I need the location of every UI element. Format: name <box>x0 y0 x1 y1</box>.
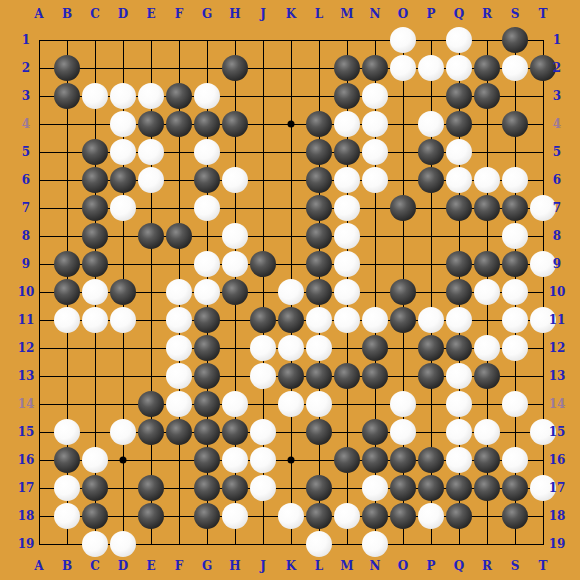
intersection-L11[interactable] <box>305 306 333 334</box>
intersection-C3[interactable] <box>81 82 109 110</box>
intersection-P9[interactable] <box>417 250 445 278</box>
intersection-K10[interactable] <box>277 278 305 306</box>
intersection-M10[interactable] <box>333 278 361 306</box>
intersection-O10[interactable] <box>389 278 417 306</box>
intersection-G2[interactable] <box>193 54 221 82</box>
intersection-E13[interactable] <box>137 362 165 390</box>
intersection-E10[interactable] <box>137 278 165 306</box>
intersection-G12[interactable] <box>193 334 221 362</box>
intersection-E18[interactable] <box>137 502 165 530</box>
intersection-L14[interactable] <box>305 390 333 418</box>
intersection-M1[interactable] <box>333 26 361 54</box>
intersection-D14[interactable] <box>109 390 137 418</box>
intersection-C16[interactable] <box>81 446 109 474</box>
intersection-G9[interactable] <box>193 250 221 278</box>
intersection-J1[interactable] <box>249 26 277 54</box>
intersection-E8[interactable] <box>137 222 165 250</box>
intersection-L12[interactable] <box>305 334 333 362</box>
intersection-G16[interactable] <box>193 446 221 474</box>
intersection-G10[interactable] <box>193 278 221 306</box>
intersection-G6[interactable] <box>193 166 221 194</box>
intersection-K18[interactable] <box>277 502 305 530</box>
intersection-R2[interactable] <box>473 54 501 82</box>
intersection-C11[interactable] <box>81 306 109 334</box>
intersection-F7[interactable] <box>165 194 193 222</box>
intersection-J17[interactable] <box>249 474 277 502</box>
intersection-Q6[interactable] <box>445 166 473 194</box>
intersection-R11[interactable] <box>473 306 501 334</box>
intersection-P14[interactable] <box>417 390 445 418</box>
intersection-N18[interactable] <box>361 502 389 530</box>
intersection-D6[interactable] <box>109 166 137 194</box>
intersection-H4[interactable] <box>221 110 249 138</box>
intersection-G13[interactable] <box>193 362 221 390</box>
intersection-L1[interactable] <box>305 26 333 54</box>
intersection-K16[interactable] <box>277 446 305 474</box>
intersection-R17[interactable] <box>473 474 501 502</box>
intersection-L9[interactable] <box>305 250 333 278</box>
intersection-L7[interactable] <box>305 194 333 222</box>
intersection-N7[interactable] <box>361 194 389 222</box>
intersection-O1[interactable] <box>389 26 417 54</box>
intersection-E2[interactable] <box>137 54 165 82</box>
intersection-B2[interactable] <box>53 54 81 82</box>
intersection-K9[interactable] <box>277 250 305 278</box>
intersection-B19[interactable] <box>53 530 81 558</box>
intersection-M13[interactable] <box>333 362 361 390</box>
intersection-K3[interactable] <box>277 82 305 110</box>
intersection-K17[interactable] <box>277 474 305 502</box>
intersection-J14[interactable] <box>249 390 277 418</box>
intersection-Q11[interactable] <box>445 306 473 334</box>
intersection-J2[interactable] <box>249 54 277 82</box>
intersection-C2[interactable] <box>81 54 109 82</box>
intersection-R12[interactable] <box>473 334 501 362</box>
intersection-B12[interactable] <box>53 334 81 362</box>
intersection-G7[interactable] <box>193 194 221 222</box>
intersection-S19[interactable] <box>501 530 529 558</box>
intersection-S4[interactable] <box>501 110 529 138</box>
intersection-O5[interactable] <box>389 138 417 166</box>
intersection-S16[interactable] <box>501 446 529 474</box>
intersection-O3[interactable] <box>389 82 417 110</box>
intersection-R16[interactable] <box>473 446 501 474</box>
intersection-K14[interactable] <box>277 390 305 418</box>
intersection-H18[interactable] <box>221 502 249 530</box>
intersection-P6[interactable] <box>417 166 445 194</box>
intersection-O9[interactable] <box>389 250 417 278</box>
intersection-Q14[interactable] <box>445 390 473 418</box>
intersection-P19[interactable] <box>417 530 445 558</box>
intersection-C5[interactable] <box>81 138 109 166</box>
intersection-J10[interactable] <box>249 278 277 306</box>
intersection-B4[interactable] <box>53 110 81 138</box>
intersection-F12[interactable] <box>165 334 193 362</box>
intersection-L13[interactable] <box>305 362 333 390</box>
intersection-B17[interactable] <box>53 474 81 502</box>
intersection-R8[interactable] <box>473 222 501 250</box>
intersection-K13[interactable] <box>277 362 305 390</box>
intersection-H5[interactable] <box>221 138 249 166</box>
intersection-L8[interactable] <box>305 222 333 250</box>
intersection-D12[interactable] <box>109 334 137 362</box>
intersection-B13[interactable] <box>53 362 81 390</box>
intersection-N4[interactable] <box>361 110 389 138</box>
intersection-S7[interactable] <box>501 194 529 222</box>
intersection-D3[interactable] <box>109 82 137 110</box>
intersection-K12[interactable] <box>277 334 305 362</box>
intersection-E6[interactable] <box>137 166 165 194</box>
intersection-D15[interactable] <box>109 418 137 446</box>
intersection-M17[interactable] <box>333 474 361 502</box>
intersection-N3[interactable] <box>361 82 389 110</box>
intersection-N6[interactable] <box>361 166 389 194</box>
intersection-L15[interactable] <box>305 418 333 446</box>
intersection-B6[interactable] <box>53 166 81 194</box>
intersection-R3[interactable] <box>473 82 501 110</box>
intersection-R19[interactable] <box>473 530 501 558</box>
intersection-L17[interactable] <box>305 474 333 502</box>
intersection-B15[interactable] <box>53 418 81 446</box>
intersection-N13[interactable] <box>361 362 389 390</box>
intersection-J12[interactable] <box>249 334 277 362</box>
intersection-L5[interactable] <box>305 138 333 166</box>
intersection-Q2[interactable] <box>445 54 473 82</box>
intersection-J16[interactable] <box>249 446 277 474</box>
intersection-F4[interactable] <box>165 110 193 138</box>
intersection-G8[interactable] <box>193 222 221 250</box>
intersection-D17[interactable] <box>109 474 137 502</box>
intersection-O12[interactable] <box>389 334 417 362</box>
intersection-J13[interactable] <box>249 362 277 390</box>
intersection-K5[interactable] <box>277 138 305 166</box>
intersection-H14[interactable] <box>221 390 249 418</box>
intersection-F6[interactable] <box>165 166 193 194</box>
intersection-J11[interactable] <box>249 306 277 334</box>
intersection-F9[interactable] <box>165 250 193 278</box>
intersection-J6[interactable] <box>249 166 277 194</box>
intersection-P7[interactable] <box>417 194 445 222</box>
intersection-S18[interactable] <box>501 502 529 530</box>
intersection-D10[interactable] <box>109 278 137 306</box>
intersection-R10[interactable] <box>473 278 501 306</box>
intersection-J9[interactable] <box>249 250 277 278</box>
intersection-O11[interactable] <box>389 306 417 334</box>
intersection-E1[interactable] <box>137 26 165 54</box>
intersection-N12[interactable] <box>361 334 389 362</box>
intersection-H7[interactable] <box>221 194 249 222</box>
intersection-D19[interactable] <box>109 530 137 558</box>
intersection-Q5[interactable] <box>445 138 473 166</box>
intersection-M19[interactable] <box>333 530 361 558</box>
intersection-P10[interactable] <box>417 278 445 306</box>
intersection-S12[interactable] <box>501 334 529 362</box>
intersection-D13[interactable] <box>109 362 137 390</box>
intersection-P1[interactable] <box>417 26 445 54</box>
intersection-G19[interactable] <box>193 530 221 558</box>
intersection-F14[interactable] <box>165 390 193 418</box>
intersection-G1[interactable] <box>193 26 221 54</box>
intersection-D4[interactable] <box>109 110 137 138</box>
intersection-H8[interactable] <box>221 222 249 250</box>
intersection-E3[interactable] <box>137 82 165 110</box>
intersection-F10[interactable] <box>165 278 193 306</box>
intersection-P12[interactable] <box>417 334 445 362</box>
intersection-C13[interactable] <box>81 362 109 390</box>
intersection-J7[interactable] <box>249 194 277 222</box>
intersection-O14[interactable] <box>389 390 417 418</box>
intersection-F2[interactable] <box>165 54 193 82</box>
intersection-H12[interactable] <box>221 334 249 362</box>
intersection-N9[interactable] <box>361 250 389 278</box>
intersection-J18[interactable] <box>249 502 277 530</box>
intersection-H15[interactable] <box>221 418 249 446</box>
intersection-Q4[interactable] <box>445 110 473 138</box>
intersection-D5[interactable] <box>109 138 137 166</box>
intersection-F11[interactable] <box>165 306 193 334</box>
intersection-H11[interactable] <box>221 306 249 334</box>
intersection-J5[interactable] <box>249 138 277 166</box>
intersection-Q18[interactable] <box>445 502 473 530</box>
intersection-P16[interactable] <box>417 446 445 474</box>
intersection-Q8[interactable] <box>445 222 473 250</box>
intersection-H1[interactable] <box>221 26 249 54</box>
intersection-S1[interactable] <box>501 26 529 54</box>
intersection-F15[interactable] <box>165 418 193 446</box>
intersection-N16[interactable] <box>361 446 389 474</box>
intersection-L19[interactable] <box>305 530 333 558</box>
intersection-Q1[interactable] <box>445 26 473 54</box>
intersection-F13[interactable] <box>165 362 193 390</box>
intersection-F5[interactable] <box>165 138 193 166</box>
intersection-M11[interactable] <box>333 306 361 334</box>
intersection-F1[interactable] <box>165 26 193 54</box>
intersection-H16[interactable] <box>221 446 249 474</box>
intersection-E9[interactable] <box>137 250 165 278</box>
intersection-N8[interactable] <box>361 222 389 250</box>
intersection-P4[interactable] <box>417 110 445 138</box>
intersection-E17[interactable] <box>137 474 165 502</box>
intersection-K6[interactable] <box>277 166 305 194</box>
intersection-D1[interactable] <box>109 26 137 54</box>
intersection-F16[interactable] <box>165 446 193 474</box>
intersection-S15[interactable] <box>501 418 529 446</box>
intersection-Q13[interactable] <box>445 362 473 390</box>
intersection-G18[interactable] <box>193 502 221 530</box>
intersection-G5[interactable] <box>193 138 221 166</box>
intersection-O2[interactable] <box>389 54 417 82</box>
intersection-D8[interactable] <box>109 222 137 250</box>
intersection-S9[interactable] <box>501 250 529 278</box>
intersection-S10[interactable] <box>501 278 529 306</box>
intersection-E15[interactable] <box>137 418 165 446</box>
intersection-M7[interactable] <box>333 194 361 222</box>
intersection-Q10[interactable] <box>445 278 473 306</box>
intersection-P18[interactable] <box>417 502 445 530</box>
intersection-B14[interactable] <box>53 390 81 418</box>
intersection-R7[interactable] <box>473 194 501 222</box>
intersection-M18[interactable] <box>333 502 361 530</box>
intersection-M9[interactable] <box>333 250 361 278</box>
intersection-C18[interactable] <box>81 502 109 530</box>
intersection-P2[interactable] <box>417 54 445 82</box>
intersection-K7[interactable] <box>277 194 305 222</box>
intersection-C17[interactable] <box>81 474 109 502</box>
intersection-N2[interactable] <box>361 54 389 82</box>
intersection-Q3[interactable] <box>445 82 473 110</box>
intersection-Q17[interactable] <box>445 474 473 502</box>
intersection-E5[interactable] <box>137 138 165 166</box>
intersection-H17[interactable] <box>221 474 249 502</box>
intersection-B11[interactable] <box>53 306 81 334</box>
intersection-P15[interactable] <box>417 418 445 446</box>
intersection-N14[interactable] <box>361 390 389 418</box>
intersection-O8[interactable] <box>389 222 417 250</box>
intersection-M14[interactable] <box>333 390 361 418</box>
intersection-N19[interactable] <box>361 530 389 558</box>
intersection-N11[interactable] <box>361 306 389 334</box>
intersection-J3[interactable] <box>249 82 277 110</box>
intersection-B8[interactable] <box>53 222 81 250</box>
intersection-S5[interactable] <box>501 138 529 166</box>
intersection-K19[interactable] <box>277 530 305 558</box>
intersection-R6[interactable] <box>473 166 501 194</box>
intersection-H13[interactable] <box>221 362 249 390</box>
intersection-O17[interactable] <box>389 474 417 502</box>
intersection-Q15[interactable] <box>445 418 473 446</box>
intersection-L2[interactable] <box>305 54 333 82</box>
intersection-Q16[interactable] <box>445 446 473 474</box>
intersection-P3[interactable] <box>417 82 445 110</box>
intersection-S13[interactable] <box>501 362 529 390</box>
intersection-H2[interactable] <box>221 54 249 82</box>
intersection-J15[interactable] <box>249 418 277 446</box>
intersection-G4[interactable] <box>193 110 221 138</box>
intersection-Q12[interactable] <box>445 334 473 362</box>
intersection-O7[interactable] <box>389 194 417 222</box>
intersection-D11[interactable] <box>109 306 137 334</box>
intersection-N17[interactable] <box>361 474 389 502</box>
intersection-Q9[interactable] <box>445 250 473 278</box>
intersection-B1[interactable] <box>53 26 81 54</box>
intersection-R1[interactable] <box>473 26 501 54</box>
intersection-C6[interactable] <box>81 166 109 194</box>
intersection-O19[interactable] <box>389 530 417 558</box>
intersection-G3[interactable] <box>193 82 221 110</box>
intersection-E16[interactable] <box>137 446 165 474</box>
intersection-K11[interactable] <box>277 306 305 334</box>
intersection-M3[interactable] <box>333 82 361 110</box>
intersection-L18[interactable] <box>305 502 333 530</box>
intersection-C4[interactable] <box>81 110 109 138</box>
intersection-K4[interactable] <box>277 110 305 138</box>
intersection-L3[interactable] <box>305 82 333 110</box>
intersection-O15[interactable] <box>389 418 417 446</box>
intersection-R18[interactable] <box>473 502 501 530</box>
intersection-D2[interactable] <box>109 54 137 82</box>
intersection-E14[interactable] <box>137 390 165 418</box>
intersection-G17[interactable] <box>193 474 221 502</box>
intersection-H9[interactable] <box>221 250 249 278</box>
intersection-O18[interactable] <box>389 502 417 530</box>
intersection-D18[interactable] <box>109 502 137 530</box>
intersection-L6[interactable] <box>305 166 333 194</box>
intersection-S2[interactable] <box>501 54 529 82</box>
intersection-P5[interactable] <box>417 138 445 166</box>
intersection-S17[interactable] <box>501 474 529 502</box>
intersection-J8[interactable] <box>249 222 277 250</box>
intersection-M6[interactable] <box>333 166 361 194</box>
intersection-L10[interactable] <box>305 278 333 306</box>
intersection-R15[interactable] <box>473 418 501 446</box>
intersection-F18[interactable] <box>165 502 193 530</box>
intersection-C15[interactable] <box>81 418 109 446</box>
intersection-N1[interactable] <box>361 26 389 54</box>
intersection-J19[interactable] <box>249 530 277 558</box>
intersection-M16[interactable] <box>333 446 361 474</box>
intersection-M2[interactable] <box>333 54 361 82</box>
intersection-E12[interactable] <box>137 334 165 362</box>
intersection-C7[interactable] <box>81 194 109 222</box>
intersection-C1[interactable] <box>81 26 109 54</box>
intersection-O4[interactable] <box>389 110 417 138</box>
intersection-F3[interactable] <box>165 82 193 110</box>
intersection-P17[interactable] <box>417 474 445 502</box>
intersection-G11[interactable] <box>193 306 221 334</box>
intersection-F8[interactable] <box>165 222 193 250</box>
intersection-N5[interactable] <box>361 138 389 166</box>
intersection-O16[interactable] <box>389 446 417 474</box>
intersection-E4[interactable] <box>137 110 165 138</box>
intersection-M5[interactable] <box>333 138 361 166</box>
intersection-R4[interactable] <box>473 110 501 138</box>
intersection-H3[interactable] <box>221 82 249 110</box>
intersection-F19[interactable] <box>165 530 193 558</box>
intersection-B9[interactable] <box>53 250 81 278</box>
intersection-H19[interactable] <box>221 530 249 558</box>
intersection-R13[interactable] <box>473 362 501 390</box>
intersection-E11[interactable] <box>137 306 165 334</box>
intersection-B10[interactable] <box>53 278 81 306</box>
intersection-B18[interactable] <box>53 502 81 530</box>
intersection-J4[interactable] <box>249 110 277 138</box>
intersection-S6[interactable] <box>501 166 529 194</box>
intersection-Q19[interactable] <box>445 530 473 558</box>
intersection-C9[interactable] <box>81 250 109 278</box>
intersection-K1[interactable] <box>277 26 305 54</box>
intersection-K2[interactable] <box>277 54 305 82</box>
intersection-C14[interactable] <box>81 390 109 418</box>
intersection-D9[interactable] <box>109 250 137 278</box>
intersection-M15[interactable] <box>333 418 361 446</box>
intersection-L4[interactable] <box>305 110 333 138</box>
intersection-S3[interactable] <box>501 82 529 110</box>
intersection-C8[interactable] <box>81 222 109 250</box>
intersection-B7[interactable] <box>53 194 81 222</box>
intersection-C10[interactable] <box>81 278 109 306</box>
intersection-N10[interactable] <box>361 278 389 306</box>
intersection-E7[interactable] <box>137 194 165 222</box>
intersection-R9[interactable] <box>473 250 501 278</box>
intersection-B5[interactable] <box>53 138 81 166</box>
intersection-R5[interactable] <box>473 138 501 166</box>
intersection-E19[interactable] <box>137 530 165 558</box>
intersection-M8[interactable] <box>333 222 361 250</box>
intersection-B16[interactable] <box>53 446 81 474</box>
intersection-P8[interactable] <box>417 222 445 250</box>
intersection-K8[interactable] <box>277 222 305 250</box>
intersection-D7[interactable] <box>109 194 137 222</box>
